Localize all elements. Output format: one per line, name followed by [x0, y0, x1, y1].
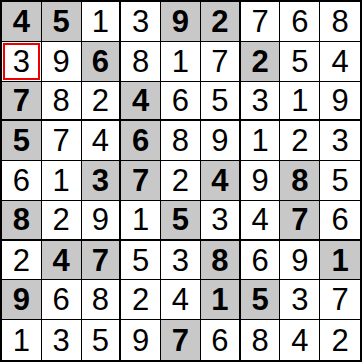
cell-r1c3[interactable]: 1: [82, 2, 122, 42]
cell-r2c2[interactable]: 9: [42, 42, 82, 82]
cell-r4c2[interactable]: 7: [42, 121, 82, 161]
cell-r5c3[interactable]: 3: [82, 161, 122, 201]
cell-r6c8[interactable]: 7: [280, 201, 320, 241]
cell-r8c3[interactable]: 8: [82, 280, 122, 320]
cell-r8c7[interactable]: 5: [241, 280, 281, 320]
cell-r1c7[interactable]: 7: [241, 2, 281, 42]
cell-r9c1[interactable]: 1: [2, 320, 42, 360]
cell-r9c3[interactable]: 5: [82, 320, 122, 360]
cell-r8c6[interactable]: 1: [201, 280, 241, 320]
cell-r9c6[interactable]: 6: [201, 320, 241, 360]
cell-r4c8[interactable]: 2: [280, 121, 320, 161]
cell-r2c4[interactable]: 8: [121, 42, 161, 82]
cell-r1c5[interactable]: 9: [161, 2, 201, 42]
selection-cursor: [3, 43, 40, 80]
cell-r1c1[interactable]: 4: [2, 2, 42, 42]
cell-r4c3[interactable]: 4: [82, 121, 122, 161]
cell-r3c9[interactable]: 9: [320, 82, 360, 122]
cell-r6c6[interactable]: 3: [201, 201, 241, 241]
cell-r4c1[interactable]: 5: [2, 121, 42, 161]
cell-r7c1[interactable]: 2: [2, 241, 42, 281]
cell-r7c5[interactable]: 3: [161, 241, 201, 281]
cell-r3c6[interactable]: 5: [201, 82, 241, 122]
cell-r2c9[interactable]: 4: [320, 42, 360, 82]
cell-r3c4[interactable]: 4: [121, 82, 161, 122]
cell-r7c6[interactable]: 8: [201, 241, 241, 281]
cell-r6c4[interactable]: 1: [121, 201, 161, 241]
cell-r9c4[interactable]: 9: [121, 320, 161, 360]
cell-r4c7[interactable]: 1: [241, 121, 281, 161]
cell-r5c5[interactable]: 2: [161, 161, 201, 201]
cell-r1c8[interactable]: 6: [280, 2, 320, 42]
cell-r8c1[interactable]: 9: [2, 280, 42, 320]
cell-r8c9[interactable]: 7: [320, 280, 360, 320]
cell-r2c5[interactable]: 1: [161, 42, 201, 82]
cell-r9c2[interactable]: 3: [42, 320, 82, 360]
cell-r9c5[interactable]: 7: [161, 320, 201, 360]
cell-r9c9[interactable]: 2: [320, 320, 360, 360]
cell-r6c1[interactable]: 8: [2, 201, 42, 241]
cell-r7c4[interactable]: 5: [121, 241, 161, 281]
cell-r4c6[interactable]: 9: [201, 121, 241, 161]
cell-r5c7[interactable]: 9: [241, 161, 281, 201]
cell-r5c1[interactable]: 6: [2, 161, 42, 201]
cell-r6c2[interactable]: 2: [42, 201, 82, 241]
cell-r8c4[interactable]: 2: [121, 280, 161, 320]
cell-r7c3[interactable]: 7: [82, 241, 122, 281]
cell-r2c8[interactable]: 5: [280, 42, 320, 82]
cell-r3c1[interactable]: 7: [2, 82, 42, 122]
cell-r8c8[interactable]: 3: [280, 280, 320, 320]
cell-r2c6[interactable]: 7: [201, 42, 241, 82]
cell-r6c5[interactable]: 5: [161, 201, 201, 241]
cell-r4c4[interactable]: 6: [121, 121, 161, 161]
cell-r4c9[interactable]: 3: [320, 121, 360, 161]
sudoku-board: 4513927683968172547824653195746891236137…: [0, 0, 362, 362]
cell-r3c3[interactable]: 2: [82, 82, 122, 122]
cell-r7c9[interactable]: 1: [320, 241, 360, 281]
cell-r7c7[interactable]: 6: [241, 241, 281, 281]
cell-r1c4[interactable]: 3: [121, 2, 161, 42]
cell-r7c8[interactable]: 9: [280, 241, 320, 281]
cell-r2c7[interactable]: 2: [241, 42, 281, 82]
cell-r6c3[interactable]: 9: [82, 201, 122, 241]
cell-r6c9[interactable]: 6: [320, 201, 360, 241]
cell-r3c2[interactable]: 8: [42, 82, 82, 122]
cell-r2c3[interactable]: 6: [82, 42, 122, 82]
cell-r3c7[interactable]: 3: [241, 82, 281, 122]
cell-r3c8[interactable]: 1: [280, 82, 320, 122]
cell-r9c7[interactable]: 8: [241, 320, 281, 360]
cell-r1c6[interactable]: 2: [201, 2, 241, 42]
cell-r5c8[interactable]: 8: [280, 161, 320, 201]
cell-r3c5[interactable]: 6: [161, 82, 201, 122]
cell-r5c2[interactable]: 1: [42, 161, 82, 201]
cell-r2c1[interactable]: 3: [2, 42, 42, 82]
cell-r9c8[interactable]: 4: [280, 320, 320, 360]
cell-r5c9[interactable]: 5: [320, 161, 360, 201]
cell-r4c5[interactable]: 8: [161, 121, 201, 161]
cell-r6c7[interactable]: 4: [241, 201, 281, 241]
cell-r5c6[interactable]: 4: [201, 161, 241, 201]
cell-r1c9[interactable]: 8: [320, 2, 360, 42]
cell-r8c2[interactable]: 6: [42, 280, 82, 320]
cell-r1c2[interactable]: 5: [42, 2, 82, 42]
cell-r8c5[interactable]: 4: [161, 280, 201, 320]
cell-r7c2[interactable]: 4: [42, 241, 82, 281]
cell-r5c4[interactable]: 7: [121, 161, 161, 201]
